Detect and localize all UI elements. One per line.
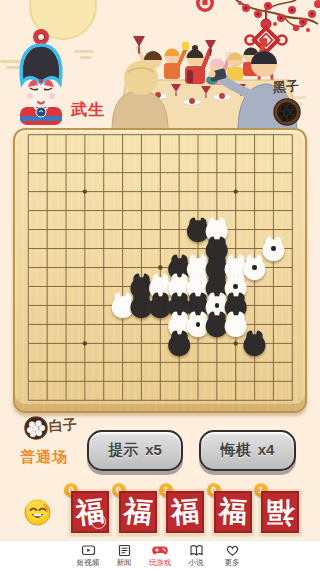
- fu-card[interactable]: 1 福: [164, 489, 206, 535]
- board-grid: [15, 130, 305, 411]
- fu-card[interactable]: 0 福: [69, 489, 111, 535]
- nav-item-news[interactable]: 新闻: [111, 541, 138, 569]
- fu-card[interactable]: 0 福: [212, 489, 254, 535]
- fu-card[interactable]: 1 福: [259, 489, 301, 535]
- nav-label: 更多: [225, 558, 240, 568]
- hint-button[interactable]: 提示x5: [87, 430, 183, 471]
- seal-ring: [91, 514, 106, 529]
- nav-item-games[interactable]: 玩游戏: [147, 541, 174, 569]
- fu-card[interactable]: 0 福: [117, 489, 159, 535]
- opera-character: [20, 29, 62, 125]
- gomoku-app: 武生 黑子 ●●●●●●●●●●●●●●●●●●●●●●●●●●●● 白子 普通…: [0, 0, 320, 569]
- undo-button-label: 悔棋: [221, 441, 251, 458]
- nav-item-short-video[interactable]: 短视频: [75, 541, 102, 569]
- black-stones-label: 黑子: [272, 77, 299, 97]
- nav-label: 玩游戏: [149, 558, 172, 568]
- undo-count: x4: [258, 441, 275, 458]
- fu-character: 福: [170, 497, 200, 527]
- hint-button-label: 提示: [108, 441, 138, 458]
- left-player-role-label: 武生: [71, 100, 105, 121]
- plum-branch-icon: [236, 0, 320, 32]
- bottom-nav: 短视频 新闻 玩游戏 小说: [0, 540, 320, 569]
- nav-label: 小说: [189, 558, 204, 568]
- nav-item-more[interactable]: 更多: [219, 541, 246, 569]
- nav-label: 短视频: [77, 558, 100, 568]
- top-banner-illustration: [0, 0, 320, 134]
- white-stones-bowl-icon: [24, 416, 48, 440]
- fu-character: 福: [218, 497, 247, 526]
- nav-item-novels[interactable]: 小说: [183, 541, 210, 569]
- book-icon: [189, 544, 204, 557]
- hint-count: x5: [145, 441, 162, 458]
- news-icon: [117, 544, 132, 557]
- fu-character: 福: [266, 498, 294, 526]
- heart-icon: [225, 544, 240, 557]
- white-stones-label: 白子: [48, 416, 77, 436]
- nav-label: 新闻: [117, 558, 132, 568]
- fu-character: 福: [122, 497, 154, 527]
- arena-mode-label: 普通场: [20, 448, 68, 467]
- red-seal-icon: [196, 0, 214, 12]
- gamepad-icon: [152, 544, 168, 557]
- video-icon: [81, 544, 96, 557]
- emoji-face-icon[interactable]: [24, 499, 51, 526]
- black-stones-bowl-icon: [274, 99, 300, 125]
- gomoku-board[interactable]: ●●●●●●●●●●●●●●●●●●●●●●●●●●●●: [13, 128, 307, 413]
- undo-button[interactable]: 悔棋x4: [199, 430, 296, 471]
